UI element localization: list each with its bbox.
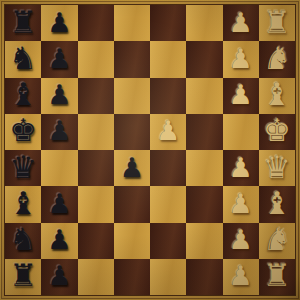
- square-g2[interactable]: ♟: [223, 41, 259, 77]
- square-h1[interactable]: ♜: [259, 5, 295, 41]
- black-pawn[interactable]: ♟: [47, 190, 71, 217]
- square-a4[interactable]: [150, 259, 186, 295]
- square-g3[interactable]: [186, 41, 222, 77]
- white-pawn[interactable]: ♟: [229, 45, 253, 72]
- white-pawn[interactable]: ♟: [229, 190, 253, 217]
- square-c2[interactable]: ♟: [223, 186, 259, 222]
- white-bishop[interactable]: ♝: [263, 79, 291, 110]
- square-d3[interactable]: [186, 150, 222, 186]
- square-e4[interactable]: ♟: [150, 114, 186, 150]
- square-e1[interactable]: ♚: [259, 114, 295, 150]
- square-f6[interactable]: [78, 78, 114, 114]
- square-g7[interactable]: ♟: [41, 41, 77, 77]
- square-a7[interactable]: ♟: [41, 259, 77, 295]
- square-f2[interactable]: ♟: [223, 78, 259, 114]
- square-h5[interactable]: [114, 5, 150, 41]
- white-queen[interactable]: ♛: [263, 152, 291, 183]
- white-pawn[interactable]: ♟: [229, 9, 253, 36]
- square-g6[interactable]: [78, 41, 114, 77]
- white-pawn[interactable]: ♟: [229, 154, 253, 181]
- square-h6[interactable]: [78, 5, 114, 41]
- square-d7[interactable]: [41, 150, 77, 186]
- square-e5[interactable]: [114, 114, 150, 150]
- square-a6[interactable]: [78, 259, 114, 295]
- square-g1[interactable]: ♞: [259, 41, 295, 77]
- square-e8[interactable]: ♚: [5, 114, 41, 150]
- square-e3[interactable]: [186, 114, 222, 150]
- square-f3[interactable]: [186, 78, 222, 114]
- white-pawn[interactable]: ♟: [229, 81, 253, 108]
- black-queen[interactable]: ♛: [9, 152, 37, 183]
- black-knight[interactable]: ♞: [9, 224, 37, 255]
- square-e6[interactable]: [78, 114, 114, 150]
- square-d2[interactable]: ♟: [223, 150, 259, 186]
- square-e7[interactable]: ♟: [41, 114, 77, 150]
- square-g8[interactable]: ♞: [5, 41, 41, 77]
- white-knight[interactable]: ♞: [263, 224, 291, 255]
- black-bishop[interactable]: ♝: [9, 188, 37, 219]
- square-g4[interactable]: [150, 41, 186, 77]
- square-f5[interactable]: [114, 78, 150, 114]
- black-king[interactable]: ♚: [9, 115, 37, 146]
- black-rook[interactable]: ♜: [9, 7, 37, 38]
- square-c5[interactable]: [114, 186, 150, 222]
- black-knight[interactable]: ♞: [9, 43, 37, 74]
- chess-board-photo: ♜♟♟♜♞♟♟♞♝♟♟♝♚♟♟♚♛♟♟♛♝♟♟♝♞♟♟♞♜♟♟♜: [0, 0, 300, 300]
- square-b7[interactable]: ♟: [41, 223, 77, 259]
- square-h8[interactable]: ♜: [5, 5, 41, 41]
- square-e2[interactable]: [223, 114, 259, 150]
- black-rook[interactable]: ♜: [9, 260, 37, 291]
- square-d4[interactable]: [150, 150, 186, 186]
- square-f7[interactable]: ♟: [41, 78, 77, 114]
- square-a5[interactable]: [114, 259, 150, 295]
- white-pawn[interactable]: ♟: [229, 262, 253, 289]
- square-f8[interactable]: ♝: [5, 78, 41, 114]
- white-bishop[interactable]: ♝: [263, 188, 291, 219]
- square-b1[interactable]: ♞: [259, 223, 295, 259]
- square-h3[interactable]: [186, 5, 222, 41]
- square-h7[interactable]: ♟: [41, 5, 77, 41]
- black-bishop[interactable]: ♝: [9, 79, 37, 110]
- black-pawn[interactable]: ♟: [47, 45, 71, 72]
- square-a3[interactable]: [186, 259, 222, 295]
- square-d8[interactable]: ♛: [5, 150, 41, 186]
- square-d1[interactable]: ♛: [259, 150, 295, 186]
- square-c6[interactable]: [78, 186, 114, 222]
- black-pawn[interactable]: ♟: [47, 262, 71, 289]
- white-king[interactable]: ♚: [263, 115, 291, 146]
- black-pawn[interactable]: ♟: [47, 81, 71, 108]
- square-h4[interactable]: [150, 5, 186, 41]
- square-f4[interactable]: [150, 78, 186, 114]
- square-g5[interactable]: [114, 41, 150, 77]
- black-pawn[interactable]: ♟: [47, 117, 71, 144]
- square-h2[interactable]: ♟: [223, 5, 259, 41]
- square-b2[interactable]: ♟: [223, 223, 259, 259]
- white-pawn[interactable]: ♟: [229, 226, 253, 253]
- black-pawn[interactable]: ♟: [120, 154, 144, 181]
- square-b5[interactable]: [114, 223, 150, 259]
- square-c7[interactable]: ♟: [41, 186, 77, 222]
- square-f1[interactable]: ♝: [259, 78, 295, 114]
- white-rook[interactable]: ♜: [263, 7, 291, 38]
- square-b3[interactable]: [186, 223, 222, 259]
- black-pawn[interactable]: ♟: [47, 9, 71, 36]
- chess-board: ♜♟♟♜♞♟♟♞♝♟♟♝♚♟♟♚♛♟♟♛♝♟♟♝♞♟♟♞♜♟♟♜: [5, 5, 295, 295]
- white-knight[interactable]: ♞: [263, 43, 291, 74]
- square-d6[interactable]: [78, 150, 114, 186]
- square-c1[interactable]: ♝: [259, 186, 295, 222]
- square-b8[interactable]: ♞: [5, 223, 41, 259]
- black-pawn[interactable]: ♟: [47, 226, 71, 253]
- white-rook[interactable]: ♜: [263, 260, 291, 291]
- square-c4[interactable]: [150, 186, 186, 222]
- square-c3[interactable]: [186, 186, 222, 222]
- square-a1[interactable]: ♜: [259, 259, 295, 295]
- square-a8[interactable]: ♜: [5, 259, 41, 295]
- square-d5[interactable]: ♟: [114, 150, 150, 186]
- square-b4[interactable]: [150, 223, 186, 259]
- white-pawn[interactable]: ♟: [156, 117, 180, 144]
- square-b6[interactable]: [78, 223, 114, 259]
- square-c8[interactable]: ♝: [5, 186, 41, 222]
- square-a2[interactable]: ♟: [223, 259, 259, 295]
